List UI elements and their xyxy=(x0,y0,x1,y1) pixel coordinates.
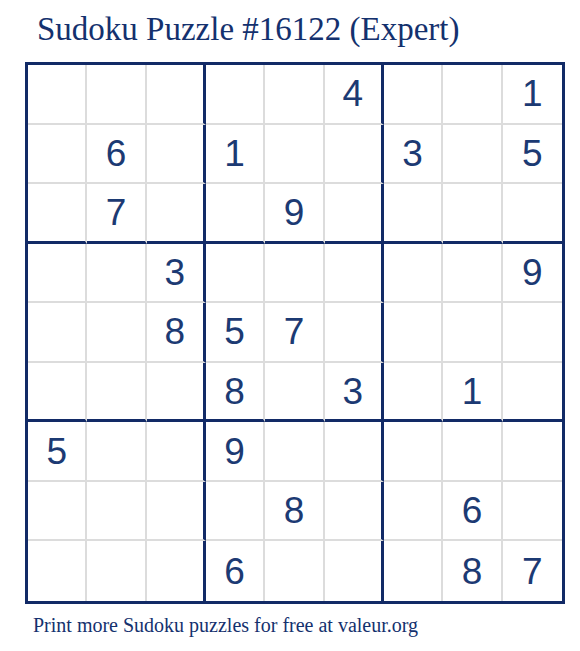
sudoku-page: Sudoku Puzzle #16122 (Expert) 4161357939… xyxy=(0,0,580,651)
sudoku-cell-r9c5 xyxy=(265,541,324,601)
sudoku-cell-r5c1 xyxy=(28,303,87,363)
sudoku-cell-r9c1 xyxy=(28,541,87,601)
sudoku-cell-r8c7 xyxy=(384,482,443,542)
sudoku-cell-r4c4 xyxy=(206,244,265,304)
sudoku-cell-r4c8 xyxy=(443,244,502,304)
sudoku-cell-r4c1 xyxy=(28,244,87,304)
sudoku-cell-r1c9: 1 xyxy=(503,65,562,125)
sudoku-cell-r6c7 xyxy=(384,363,443,423)
sudoku-cell-r4c5 xyxy=(265,244,324,304)
sudoku-cell-r9c3 xyxy=(147,541,206,601)
sudoku-cell-r6c1 xyxy=(28,363,87,423)
sudoku-cell-r4c6 xyxy=(325,244,384,304)
sudoku-cell-r1c2 xyxy=(87,65,146,125)
sudoku-cell-r1c3 xyxy=(147,65,206,125)
sudoku-cell-r2c3 xyxy=(147,125,206,185)
sudoku-cell-r8c3 xyxy=(147,482,206,542)
sudoku-cell-r1c7 xyxy=(384,65,443,125)
sudoku-cell-r9c9: 7 xyxy=(503,541,562,601)
sudoku-cell-r5c5: 7 xyxy=(265,303,324,363)
sudoku-cell-r4c7 xyxy=(384,244,443,304)
sudoku-cell-r3c2: 7 xyxy=(87,184,146,244)
sudoku-cell-r3c3 xyxy=(147,184,206,244)
sudoku-cell-r8c5: 8 xyxy=(265,482,324,542)
sudoku-cell-r2c5 xyxy=(265,125,324,185)
sudoku-cell-r7c4: 9 xyxy=(206,422,265,482)
sudoku-cell-r7c9 xyxy=(503,422,562,482)
sudoku-cell-r5c4: 5 xyxy=(206,303,265,363)
sudoku-cell-r3c8 xyxy=(443,184,502,244)
sudoku-cell-r8c2 xyxy=(87,482,146,542)
sudoku-cell-r4c3: 3 xyxy=(147,244,206,304)
sudoku-cell-r5c2 xyxy=(87,303,146,363)
sudoku-cell-r2c1 xyxy=(28,125,87,185)
sudoku-cell-r3c6 xyxy=(325,184,384,244)
sudoku-cell-r7c7 xyxy=(384,422,443,482)
sudoku-cell-r8c1 xyxy=(28,482,87,542)
sudoku-cell-r2c4: 1 xyxy=(206,125,265,185)
sudoku-cell-r6c9 xyxy=(503,363,562,423)
sudoku-cell-r1c8 xyxy=(443,65,502,125)
sudoku-cell-r6c2 xyxy=(87,363,146,423)
sudoku-cell-r8c4 xyxy=(206,482,265,542)
sudoku-cell-r7c6 xyxy=(325,422,384,482)
sudoku-cell-r9c8: 8 xyxy=(443,541,502,601)
sudoku-cell-r4c2 xyxy=(87,244,146,304)
sudoku-cell-r7c5 xyxy=(265,422,324,482)
sudoku-cell-r8c6 xyxy=(325,482,384,542)
sudoku-cell-r3c4 xyxy=(206,184,265,244)
sudoku-cell-r5c9 xyxy=(503,303,562,363)
sudoku-cell-r1c4 xyxy=(206,65,265,125)
sudoku-cell-r4c9: 9 xyxy=(503,244,562,304)
sudoku-cell-r7c8 xyxy=(443,422,502,482)
footer-text: Print more Sudoku puzzles for free at va… xyxy=(33,614,418,637)
sudoku-cell-r8c8: 6 xyxy=(443,482,502,542)
sudoku-cell-r6c3 xyxy=(147,363,206,423)
sudoku-board: 41613579398578315986687 xyxy=(25,62,565,604)
sudoku-cell-r9c2 xyxy=(87,541,146,601)
sudoku-cell-r5c7 xyxy=(384,303,443,363)
sudoku-cell-r5c3: 8 xyxy=(147,303,206,363)
sudoku-cell-r1c1 xyxy=(28,65,87,125)
sudoku-cell-r9c6 xyxy=(325,541,384,601)
sudoku-cell-r6c5 xyxy=(265,363,324,423)
sudoku-cell-r5c8 xyxy=(443,303,502,363)
sudoku-cell-r5c6 xyxy=(325,303,384,363)
sudoku-cell-r6c6: 3 xyxy=(325,363,384,423)
sudoku-cell-r2c8 xyxy=(443,125,502,185)
sudoku-cell-r1c6: 4 xyxy=(325,65,384,125)
sudoku-cell-r6c4: 8 xyxy=(206,363,265,423)
page-title: Sudoku Puzzle #16122 (Expert) xyxy=(37,10,460,50)
sudoku-cell-r9c7 xyxy=(384,541,443,601)
sudoku-cell-r3c7 xyxy=(384,184,443,244)
sudoku-cell-r2c2: 6 xyxy=(87,125,146,185)
sudoku-cell-r2c6 xyxy=(325,125,384,185)
sudoku-cell-r2c7: 3 xyxy=(384,125,443,185)
sudoku-cell-r3c1 xyxy=(28,184,87,244)
sudoku-cell-r6c8: 1 xyxy=(443,363,502,423)
sudoku-cell-r3c9 xyxy=(503,184,562,244)
sudoku-cell-r7c1: 5 xyxy=(28,422,87,482)
sudoku-cell-r7c3 xyxy=(147,422,206,482)
sudoku-cell-r2c9: 5 xyxy=(503,125,562,185)
sudoku-cell-r9c4: 6 xyxy=(206,541,265,601)
sudoku-cell-r1c5 xyxy=(265,65,324,125)
sudoku-cell-r7c2 xyxy=(87,422,146,482)
sudoku-cell-r3c5: 9 xyxy=(265,184,324,244)
sudoku-cell-r8c9 xyxy=(503,482,562,542)
